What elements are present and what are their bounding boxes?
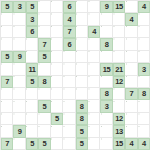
empty-cell-r5c12[interactable]	[138, 51, 150, 63]
clue-cell-r2c11: 4	[125, 13, 137, 25]
clue-cell-r4c6: 6	[63, 38, 75, 50]
clue-cell-r1c6: 6	[63, 1, 75, 13]
empty-cell-r9c8[interactable]	[88, 100, 100, 112]
clue-cell-r3c6: 7	[63, 26, 75, 38]
empty-cell-r2c5[interactable]	[51, 13, 63, 25]
empty-cell-r4c8[interactable]	[88, 38, 100, 50]
empty-cell-r6c2[interactable]	[13, 63, 25, 75]
empty-cell-r9c11[interactable]	[125, 100, 137, 112]
empty-cell-r4c1[interactable]	[1, 38, 13, 50]
clue-cell-r6c10: 21	[113, 63, 125, 75]
empty-cell-r1c11[interactable]	[125, 1, 137, 13]
empty-cell-r4c7[interactable]	[76, 38, 88, 50]
clue-cell-r12c12: 4	[138, 138, 150, 150]
empty-cell-r4c11[interactable]	[125, 38, 137, 50]
clue-cell-r7c10: 12	[113, 76, 125, 88]
empty-cell-r1c8[interactable]	[88, 1, 100, 13]
empty-cell-r12c8[interactable]	[88, 138, 100, 150]
empty-cell-r9c5[interactable]	[51, 100, 63, 112]
empty-cell-r12c6[interactable]	[63, 138, 75, 150]
empty-cell-r12c2[interactable]	[13, 138, 25, 150]
empty-cell-r3c4[interactable]	[38, 26, 50, 38]
empty-cell-r3c12[interactable]	[138, 26, 150, 38]
empty-cell-r6c4[interactable]	[38, 63, 50, 75]
empty-cell-r3c2[interactable]	[13, 26, 25, 38]
empty-cell-r8c4[interactable]	[38, 88, 50, 100]
empty-cell-r7c6[interactable]	[63, 76, 75, 88]
clue-cell-r12c1: 7	[1, 138, 13, 150]
empty-cell-r6c11[interactable]	[125, 63, 137, 75]
clue-cell-r12c4: 5	[38, 138, 50, 150]
empty-cell-r8c3[interactable]	[26, 88, 38, 100]
clue-cell-r11c10: 13	[113, 125, 125, 137]
empty-cell-r10c2[interactable]	[13, 113, 25, 125]
clue-cell-r3c3: 6	[26, 26, 38, 38]
clue-cell-r6c9: 15	[100, 63, 112, 75]
clue-cell-r2c6: 4	[63, 13, 75, 25]
empty-cell-r5c8[interactable]	[88, 51, 100, 63]
empty-cell-r7c7[interactable]	[76, 76, 88, 88]
empty-cell-r5c10[interactable]	[113, 51, 125, 63]
clue-cell-r7c3: 5	[26, 76, 38, 88]
clue-cell-r1c2: 3	[13, 1, 25, 13]
empty-cell-r9c2[interactable]	[13, 100, 25, 112]
empty-cell-r8c8[interactable]	[88, 88, 100, 100]
empty-cell-r5c11[interactable]	[125, 51, 137, 63]
empty-cell-r6c7[interactable]	[76, 63, 88, 75]
empty-cell-r2c8[interactable]	[88, 13, 100, 25]
empty-cell-r4c5[interactable]	[51, 38, 63, 50]
clue-cell-r10c7: 8	[76, 113, 88, 125]
clue-cell-r12c11: 4	[125, 138, 137, 150]
clue-cell-r11c2: 9	[13, 125, 25, 137]
empty-cell-r7c12[interactable]	[138, 76, 150, 88]
empty-cell-r8c10[interactable]	[113, 88, 125, 100]
empty-cell-r8c2[interactable]	[13, 88, 25, 100]
empty-cell-r11c11[interactable]	[125, 125, 137, 137]
empty-cell-r7c9[interactable]	[100, 76, 112, 88]
clue-cell-r12c7: 5	[76, 138, 88, 150]
empty-cell-r10c6[interactable]	[63, 113, 75, 125]
empty-cell-r8c5[interactable]	[51, 88, 63, 100]
clue-cell-r1c12: 4	[138, 1, 150, 13]
empty-cell-r1c5[interactable]	[51, 1, 63, 13]
empty-cell-r1c7[interactable]	[76, 1, 88, 13]
empty-cell-r2c9[interactable]	[100, 13, 112, 25]
empty-cell-r6c6[interactable]	[63, 63, 75, 75]
empty-cell-r2c4[interactable]	[38, 13, 50, 25]
empty-cell-r4c12[interactable]	[138, 38, 150, 50]
empty-cell-r12c9[interactable]	[100, 138, 112, 150]
clue-cell-r5c2: 9	[13, 51, 25, 63]
clue-cell-r8c9: 8	[100, 88, 112, 100]
empty-cell-r9c3[interactable]	[26, 100, 38, 112]
clue-cell-r7c4: 8	[38, 76, 50, 88]
clue-cell-r3c8: 4	[88, 26, 100, 38]
empty-cell-r9c1[interactable]	[1, 100, 13, 112]
empty-cell-r11c6[interactable]	[63, 125, 75, 137]
empty-cell-r6c5[interactable]	[51, 63, 63, 75]
empty-cell-r3c10[interactable]	[113, 26, 125, 38]
clue-cell-r4c9: 8	[100, 38, 112, 50]
clue-cell-r1c10: 15	[113, 1, 125, 13]
empty-cell-r5c9[interactable]	[100, 51, 112, 63]
empty-cell-r2c10[interactable]	[113, 13, 125, 25]
clue-cell-r8c11: 7	[125, 88, 137, 100]
empty-cell-r11c3[interactable]	[26, 125, 38, 137]
empty-cell-r7c5[interactable]	[51, 76, 63, 88]
empty-cell-r3c7[interactable]	[76, 26, 88, 38]
clue-cell-r5c1: 5	[1, 51, 13, 63]
clue-cell-r9c4: 5	[38, 100, 50, 112]
empty-cell-r3c11[interactable]	[125, 26, 137, 38]
empty-cell-r6c8[interactable]	[88, 63, 100, 75]
empty-cell-r4c10[interactable]	[113, 38, 125, 50]
empty-cell-r8c7[interactable]	[76, 88, 88, 100]
empty-cell-r11c8[interactable]	[88, 125, 100, 137]
empty-cell-r1c4[interactable]	[38, 1, 50, 13]
empty-cell-r10c11[interactable]	[125, 113, 137, 125]
empty-cell-r3c9[interactable]	[100, 26, 112, 38]
empty-cell-r5c3[interactable]	[26, 51, 38, 63]
clue-cell-r9c9: 3	[100, 100, 112, 112]
empty-cell-r7c2[interactable]	[13, 76, 25, 88]
clue-cell-r1c1: 5	[1, 1, 13, 13]
empty-cell-r5c6[interactable]	[63, 51, 75, 63]
empty-cell-r9c12[interactable]	[138, 100, 150, 112]
clue-cell-r1c3: 5	[26, 1, 38, 13]
clue-cell-r5c4: 5	[38, 51, 50, 63]
empty-cell-r7c8[interactable]	[88, 76, 100, 88]
empty-cell-r2c12[interactable]	[138, 13, 150, 25]
empty-cell-r9c6[interactable]	[63, 100, 75, 112]
clue-cell-r11c7: 5	[76, 125, 88, 137]
clue-cell-r2c3: 3	[26, 13, 38, 25]
clue-cell-r10c10: 12	[113, 113, 125, 125]
clue-cell-r8c12: 8	[138, 88, 150, 100]
clue-cell-r6c12: 3	[138, 63, 150, 75]
clue-cell-r9c7: 8	[76, 100, 88, 112]
empty-cell-r2c1[interactable]	[1, 13, 13, 25]
empty-cell-r10c8[interactable]	[88, 113, 100, 125]
clue-cell-r12c3: 5	[26, 138, 38, 150]
empty-cell-r8c6[interactable]	[63, 88, 75, 100]
empty-cell-r2c2[interactable]	[13, 13, 25, 25]
empty-cell-r6c1[interactable]	[1, 63, 13, 75]
empty-cell-r7c11[interactable]	[125, 76, 137, 88]
clue-cell-r1c9: 9	[100, 1, 112, 13]
empty-cell-r11c1[interactable]	[1, 125, 13, 137]
clue-cell-r6c3: 11	[26, 63, 38, 75]
empty-cell-r10c12[interactable]	[138, 113, 150, 125]
empty-cell-r10c3[interactable]	[26, 113, 38, 125]
clue-cell-r12c10: 15	[113, 138, 125, 150]
empty-cell-r3c5[interactable]	[51, 26, 63, 38]
empty-cell-r11c9[interactable]	[100, 125, 112, 137]
empty-cell-r11c12[interactable]	[138, 125, 150, 137]
clue-cell-r7c1: 7	[1, 76, 13, 88]
empty-cell-r10c4[interactable]	[38, 113, 50, 125]
empty-cell-r9c10[interactable]	[113, 100, 125, 112]
empty-cell-r11c5[interactable]	[51, 125, 63, 137]
clue-cell-r4c4: 7	[38, 38, 50, 50]
empty-cell-r11c4[interactable]	[38, 125, 50, 137]
empty-cell-r4c3[interactable]	[26, 38, 38, 50]
empty-cell-r10c1[interactable]	[1, 113, 13, 125]
empty-cell-r4c2[interactable]	[13, 38, 25, 50]
empty-cell-r5c5[interactable]	[51, 51, 63, 63]
empty-cell-r2c7[interactable]	[76, 13, 88, 25]
empty-cell-r5c7[interactable]	[76, 51, 88, 63]
empty-cell-r10c9[interactable]	[100, 113, 112, 125]
empty-cell-r8c1[interactable]	[1, 88, 13, 100]
empty-cell-r12c5[interactable]	[51, 138, 63, 150]
empty-cell-r3c1[interactable]	[1, 26, 13, 38]
puzzle-board: 5356915434467476859511152137581287858358…	[0, 0, 150, 150]
clue-cell-r10c5: 5	[51, 113, 63, 125]
